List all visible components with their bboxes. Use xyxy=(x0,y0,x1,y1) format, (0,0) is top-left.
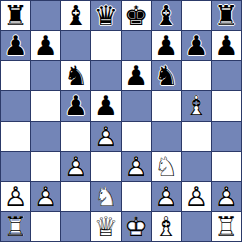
white-rook-fill: ♜ xyxy=(1,212,30,241)
white-rook-fill: ♜ xyxy=(212,212,241,241)
square-d8[interactable]: ♛ xyxy=(91,1,120,30)
square-e4[interactable] xyxy=(122,122,151,151)
square-c7[interactable] xyxy=(61,31,90,60)
square-f7[interactable]: ♟ xyxy=(152,31,181,60)
square-h6[interactable] xyxy=(212,61,241,90)
square-h3[interactable] xyxy=(212,152,241,181)
square-h1[interactable]: ♜♖ xyxy=(212,212,241,241)
chess-board: ♜♝♛♚♝♜♟♟♟♟♟♞♟♞♟♟♝♗♟♙♟♙♟♙♞♘♟♙♟♙♞♘♟♙♟♙♟♙♜♖… xyxy=(0,0,242,242)
black-rook-icon: ♜ xyxy=(1,1,30,30)
square-a7[interactable]: ♟ xyxy=(1,31,30,60)
black-knight-icon: ♞ xyxy=(61,61,90,90)
white-pawn-fill: ♟ xyxy=(122,152,151,181)
square-g2[interactable]: ♟♙ xyxy=(182,182,211,211)
white-pawn-fill: ♟ xyxy=(61,152,90,181)
square-h5[interactable] xyxy=(212,91,241,120)
square-e2[interactable] xyxy=(122,182,151,211)
square-a1[interactable]: ♜♖ xyxy=(1,212,30,241)
square-g3[interactable] xyxy=(182,152,211,181)
white-pawn-fill: ♟ xyxy=(152,182,181,211)
black-bishop-icon: ♝ xyxy=(152,1,181,30)
square-c8[interactable]: ♝ xyxy=(61,1,90,30)
square-f8[interactable]: ♝ xyxy=(152,1,181,30)
square-d1[interactable]: ♛♕ xyxy=(91,212,120,241)
square-b2[interactable]: ♟♙ xyxy=(31,182,60,211)
square-a4[interactable] xyxy=(1,122,30,151)
square-b5[interactable] xyxy=(31,91,60,120)
white-pawn-icon: ♙ xyxy=(61,152,90,181)
white-knight-icon: ♘ xyxy=(152,152,181,181)
square-e5[interactable] xyxy=(122,91,151,120)
square-b6[interactable] xyxy=(31,61,60,90)
black-bishop-icon: ♝ xyxy=(61,1,90,30)
square-b3[interactable] xyxy=(31,152,60,181)
white-bishop-fill: ♝ xyxy=(182,91,211,120)
square-f1[interactable]: ♝♗ xyxy=(152,212,181,241)
black-pawn-icon: ♟ xyxy=(91,91,120,120)
square-a3[interactable] xyxy=(1,152,30,181)
square-g6[interactable] xyxy=(182,61,211,90)
square-e1[interactable]: ♚♔ xyxy=(122,212,151,241)
square-d5[interactable]: ♟ xyxy=(91,91,120,120)
square-e3[interactable]: ♟♙ xyxy=(122,152,151,181)
black-pawn-icon: ♟ xyxy=(212,31,241,60)
black-queen-icon: ♛ xyxy=(91,1,120,30)
square-e6[interactable]: ♟ xyxy=(122,61,151,90)
square-g8[interactable] xyxy=(182,1,211,30)
white-knight-fill: ♞ xyxy=(91,182,120,211)
square-b4[interactable] xyxy=(31,122,60,151)
square-f6[interactable]: ♞ xyxy=(152,61,181,90)
white-pawn-fill: ♟ xyxy=(91,122,120,151)
square-b8[interactable] xyxy=(31,1,60,30)
black-pawn-icon: ♟ xyxy=(152,31,181,60)
white-pawn-icon: ♙ xyxy=(122,152,151,181)
square-b7[interactable]: ♟ xyxy=(31,31,60,60)
square-g4[interactable] xyxy=(182,122,211,151)
white-pawn-fill: ♟ xyxy=(1,182,30,211)
square-e7[interactable] xyxy=(122,31,151,60)
square-c6[interactable]: ♞ xyxy=(61,61,90,90)
square-c1[interactable] xyxy=(61,212,90,241)
square-c3[interactable]: ♟♙ xyxy=(61,152,90,181)
white-pawn-icon: ♙ xyxy=(91,122,120,151)
black-rook-icon: ♜ xyxy=(212,1,241,30)
square-f2[interactable]: ♟♙ xyxy=(152,182,181,211)
square-d3[interactable] xyxy=(91,152,120,181)
square-h8[interactable]: ♜ xyxy=(212,1,241,30)
square-d4[interactable]: ♟♙ xyxy=(91,122,120,151)
white-king-fill: ♚ xyxy=(122,212,151,241)
white-pawn-fill: ♟ xyxy=(212,182,241,211)
white-pawn-fill: ♟ xyxy=(31,182,60,211)
square-d2[interactable]: ♞♘ xyxy=(91,182,120,211)
white-queen-fill: ♛ xyxy=(91,212,120,241)
black-pawn-icon: ♟ xyxy=(31,31,60,60)
square-a6[interactable] xyxy=(1,61,30,90)
square-d7[interactable] xyxy=(91,31,120,60)
square-h2[interactable]: ♟♙ xyxy=(212,182,241,211)
square-c2[interactable] xyxy=(61,182,90,211)
white-bishop-fill: ♝ xyxy=(152,212,181,241)
white-knight-icon: ♘ xyxy=(91,182,120,211)
square-a5[interactable] xyxy=(1,91,30,120)
square-d6[interactable] xyxy=(91,61,120,90)
black-knight-icon: ♞ xyxy=(152,61,181,90)
white-bishop-icon: ♗ xyxy=(152,212,181,241)
black-pawn-icon: ♟ xyxy=(1,31,30,60)
white-pawn-icon: ♙ xyxy=(152,182,181,211)
square-g1[interactable] xyxy=(182,212,211,241)
square-e8[interactable]: ♚ xyxy=(122,1,151,30)
square-h4[interactable] xyxy=(212,122,241,151)
white-rook-icon: ♖ xyxy=(212,212,241,241)
square-c4[interactable] xyxy=(61,122,90,151)
square-c5[interactable]: ♟ xyxy=(61,91,90,120)
square-g5[interactable]: ♝♗ xyxy=(182,91,211,120)
white-rook-icon: ♖ xyxy=(1,212,30,241)
square-a2[interactable]: ♟♙ xyxy=(1,182,30,211)
square-f3[interactable]: ♞♘ xyxy=(152,152,181,181)
white-pawn-icon: ♙ xyxy=(1,182,30,211)
black-pawn-icon: ♟ xyxy=(182,31,211,60)
square-h7[interactable]: ♟ xyxy=(212,31,241,60)
white-king-icon: ♔ xyxy=(122,212,151,241)
black-pawn-icon: ♟ xyxy=(122,61,151,90)
square-f5[interactable] xyxy=(152,91,181,120)
square-f4[interactable] xyxy=(152,122,181,151)
square-b1[interactable] xyxy=(31,212,60,241)
white-bishop-icon: ♗ xyxy=(182,91,211,120)
white-pawn-icon: ♙ xyxy=(212,182,241,211)
black-pawn-icon: ♟ xyxy=(61,91,90,120)
black-king-icon: ♚ xyxy=(122,1,151,30)
square-g7[interactable]: ♟ xyxy=(182,31,211,60)
square-a8[interactable]: ♜ xyxy=(1,1,30,30)
white-pawn-icon: ♙ xyxy=(31,182,60,211)
white-queen-icon: ♕ xyxy=(91,212,120,241)
white-knight-fill: ♞ xyxy=(152,152,181,181)
white-pawn-icon: ♙ xyxy=(182,182,211,211)
white-pawn-fill: ♟ xyxy=(182,182,211,211)
